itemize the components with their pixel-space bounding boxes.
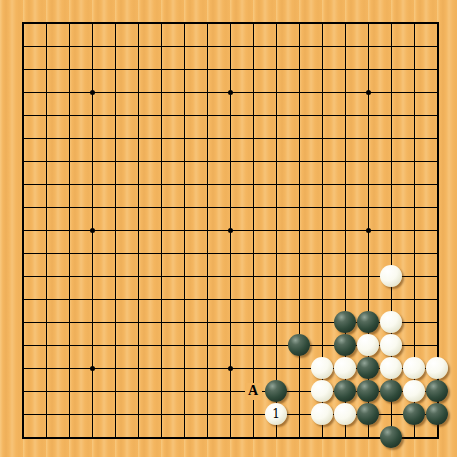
stone-black[interactable]: [265, 380, 287, 402]
stone-white[interactable]: [380, 334, 402, 356]
stone-white[interactable]: [311, 357, 333, 379]
stone-white[interactable]: [311, 403, 333, 425]
stone-black[interactable]: [357, 403, 379, 425]
move-number: 1: [272, 408, 280, 420]
stone-black[interactable]: [380, 426, 402, 448]
star-point: [90, 366, 95, 371]
stone-white[interactable]: [380, 311, 402, 333]
stone-black[interactable]: [357, 357, 379, 379]
stone-white[interactable]: [426, 357, 448, 379]
stone-black[interactable]: [288, 334, 310, 356]
stone-white-move-1[interactable]: 1: [265, 403, 287, 425]
star-point: [228, 90, 233, 95]
stone-white[interactable]: [311, 380, 333, 402]
stone-black[interactable]: [357, 380, 379, 402]
stone-white[interactable]: [334, 357, 356, 379]
stone-white[interactable]: [334, 403, 356, 425]
star-point: [366, 228, 371, 233]
stone-white[interactable]: [380, 265, 402, 287]
stone-black[interactable]: [334, 334, 356, 356]
star-point: [366, 90, 371, 95]
stone-black[interactable]: [380, 380, 402, 402]
stone-white[interactable]: [403, 380, 425, 402]
star-point: [90, 90, 95, 95]
point-label-A[interactable]: A: [245, 383, 262, 400]
stone-white[interactable]: [357, 334, 379, 356]
stone-black[interactable]: [334, 311, 356, 333]
stone-black[interactable]: [357, 311, 379, 333]
star-point: [90, 228, 95, 233]
star-point: [228, 228, 233, 233]
stone-black[interactable]: [426, 380, 448, 402]
stone-black[interactable]: [426, 403, 448, 425]
stone-white[interactable]: [380, 357, 402, 379]
stone-white[interactable]: [403, 357, 425, 379]
stone-black[interactable]: [334, 380, 356, 402]
star-point: [228, 366, 233, 371]
go-board: A1: [0, 0, 457, 457]
stone-black[interactable]: [403, 403, 425, 425]
board-grid[interactable]: A1: [12, 12, 449, 449]
